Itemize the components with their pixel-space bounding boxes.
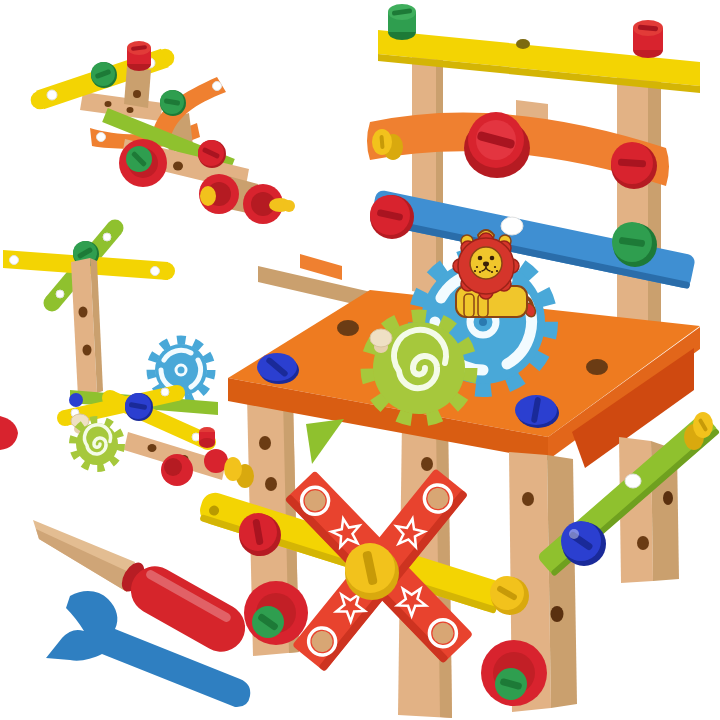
toy-helicopter: [0, 220, 228, 487]
peg-hole: [10, 256, 19, 265]
peg-hole: [213, 82, 222, 91]
red-nut: [199, 438, 215, 448]
peg-hole: [192, 433, 200, 441]
peg-hole: [79, 307, 88, 318]
gear-center-hole: [479, 318, 487, 326]
peg-hole: [421, 457, 433, 471]
back-post-right: [617, 62, 648, 328]
toy-airplane: [31, 41, 295, 224]
peg-hole: [337, 320, 359, 336]
peg-hole: [105, 101, 112, 107]
back-post-left-side: [436, 50, 443, 297]
lion-leg: [464, 294, 474, 317]
back-post-right-side: [648, 66, 661, 332]
green-wedge: [306, 419, 344, 464]
axle-peg: [283, 200, 295, 212]
peg-hole: [637, 536, 649, 550]
peg-hole: [127, 107, 134, 113]
wheel-hub: [164, 458, 182, 476]
green-gear-body: [76, 423, 118, 465]
airplane-wood-block: [124, 66, 151, 108]
lion-eye: [478, 256, 483, 261]
toy-scene-illustration: [0, 0, 720, 720]
peg-hole: [259, 436, 271, 450]
peg-hole: [265, 477, 277, 491]
axle-peg: [200, 186, 216, 206]
bolt-highlight: [569, 529, 579, 539]
axle-knob: [370, 329, 392, 347]
peg-hole: [522, 492, 534, 506]
peg-hole: [97, 133, 106, 142]
peg-hole: [625, 474, 641, 488]
peg-hole: [551, 606, 564, 622]
peg-hole: [586, 359, 608, 375]
peg-hole: [83, 345, 92, 356]
front-leg-side: [547, 455, 577, 708]
back-post-left: [412, 46, 436, 295]
peg-hole: [133, 90, 141, 98]
peg-hole: [161, 388, 169, 396]
peg-hole: [516, 39, 530, 49]
peg-hole: [173, 162, 183, 171]
product-photo: Wooden multifunction assembly chair toy …: [0, 0, 720, 720]
blue-screw: [69, 393, 83, 407]
peg-hole: [151, 267, 160, 276]
red-wheel-edge: [0, 416, 18, 450]
peg-hole: [148, 444, 157, 452]
peg-hole: [103, 233, 111, 241]
seat-back-orange-edge: [300, 254, 342, 280]
peg-hole: [663, 491, 673, 505]
peg-hole: [47, 90, 57, 100]
yellow-nut: [224, 457, 242, 481]
lion-eye: [490, 256, 495, 261]
peg-hole: [501, 217, 523, 235]
peg-hole: [56, 290, 64, 298]
assembly-chair: [197, 4, 720, 718]
